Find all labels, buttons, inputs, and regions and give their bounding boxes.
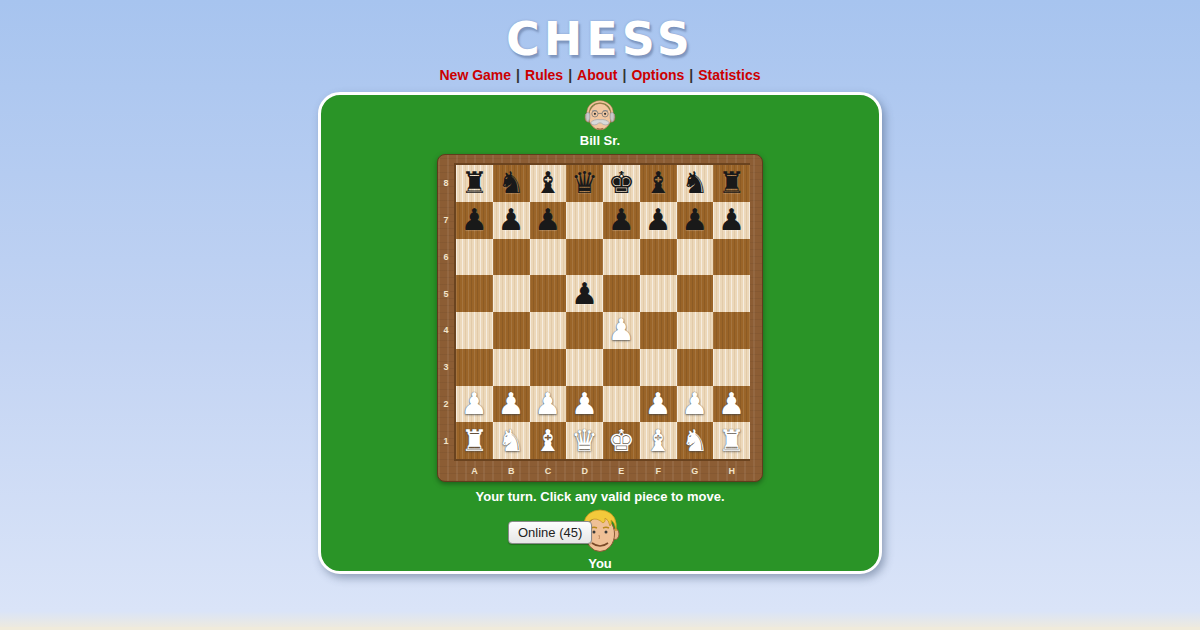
piece-white-pawn: ♟ [456,386,493,423]
file-label-d: D [566,460,603,481]
square-f3[interactable] [640,349,677,386]
piece-white-pawn: ♟ [713,386,750,423]
square-a5[interactable] [456,275,493,312]
piece-white-pawn: ♟ [493,386,530,423]
square-a7[interactable]: ♟ [456,202,493,239]
file-label-f: F [640,460,677,481]
square-c2[interactable]: ♟ [530,386,567,423]
square-a4[interactable] [456,312,493,349]
square-h7[interactable]: ♟ [713,202,750,239]
square-a6[interactable] [456,239,493,276]
square-b4[interactable] [493,312,530,349]
square-g7[interactable]: ♟ [677,202,714,239]
piece-black-pawn: ♟ [603,202,640,239]
nav-separator: | [623,67,627,83]
online-button[interactable]: Online (45) [508,521,592,544]
rank-label-8: 8 [438,165,454,202]
piece-white-bishop: ♝ [640,422,677,459]
rank-label-2: 2 [438,386,454,423]
file-label-b: B [493,460,530,481]
rank-label-4: 4 [438,312,454,349]
square-f4[interactable] [640,312,677,349]
square-g3[interactable] [677,349,714,386]
square-d8[interactable]: ♛ [566,165,603,202]
square-b2[interactable]: ♟ [493,386,530,423]
piece-white-bishop: ♝ [530,422,567,459]
square-e5[interactable] [603,275,640,312]
square-d7[interactable] [566,202,603,239]
square-d6[interactable] [566,239,603,276]
file-label-a: A [456,460,493,481]
square-a3[interactable] [456,349,493,386]
square-g4[interactable] [677,312,714,349]
square-h2[interactable]: ♟ [713,386,750,423]
square-e6[interactable] [603,239,640,276]
piece-black-pawn: ♟ [493,202,530,239]
square-b3[interactable] [493,349,530,386]
piece-white-pawn: ♟ [566,386,603,423]
square-c1[interactable]: ♝ [530,422,567,459]
file-label-e: E [603,460,640,481]
piece-white-pawn: ♟ [530,386,567,423]
square-d2[interactable]: ♟ [566,386,603,423]
square-h6[interactable] [713,239,750,276]
rank-label-7: 7 [438,202,454,239]
rank-labels: 87654321 [438,165,454,459]
piece-black-pawn: ♟ [713,202,750,239]
player-name: You [588,556,612,571]
square-g2[interactable]: ♟ [677,386,714,423]
piece-white-rook: ♜ [713,422,750,459]
square-f2[interactable]: ♟ [640,386,677,423]
piece-black-king: ♚ [603,165,640,202]
square-d5[interactable]: ♟ [566,275,603,312]
square-f8[interactable]: ♝ [640,165,677,202]
opponent-avatar [578,97,622,133]
square-c3[interactable] [530,349,567,386]
piece-white-pawn: ♟ [640,386,677,423]
square-e1[interactable]: ♚ [603,422,640,459]
square-f7[interactable]: ♟ [640,202,677,239]
square-e3[interactable] [603,349,640,386]
square-g8[interactable]: ♞ [677,165,714,202]
piece-black-bishop: ♝ [530,165,567,202]
nav-rules[interactable]: Rules [525,67,563,83]
square-c5[interactable] [530,275,567,312]
piece-black-rook: ♜ [456,165,493,202]
piece-black-bishop: ♝ [640,165,677,202]
opponent-name: Bill Sr. [580,133,620,148]
square-b8[interactable]: ♞ [493,165,530,202]
square-a2[interactable]: ♟ [456,386,493,423]
square-c6[interactable] [530,239,567,276]
chess-board: 87654321 ♜♞♝♛♚♝♞♜♟♟♟♟♟♟♟♟♟♟♟♟♟♟♟♟♜♞♝♛♚♝♞… [437,154,763,482]
square-h8[interactable]: ♜ [713,165,750,202]
square-e8[interactable]: ♚ [603,165,640,202]
square-e4[interactable]: ♟ [603,312,640,349]
nav-separator: | [568,67,572,83]
square-f6[interactable] [640,239,677,276]
file-label-g: G [677,460,714,481]
piece-black-rook: ♜ [713,165,750,202]
piece-black-knight: ♞ [493,165,530,202]
piece-white-pawn: ♟ [603,312,640,349]
square-b1[interactable]: ♞ [493,422,530,459]
rank-label-5: 5 [438,275,454,312]
nav-new-game[interactable]: New Game [440,67,512,83]
square-c4[interactable] [530,312,567,349]
square-b5[interactable] [493,275,530,312]
piece-black-pawn: ♟ [530,202,567,239]
board-squares: ♜♞♝♛♚♝♞♜♟♟♟♟♟♟♟♟♟♟♟♟♟♟♟♟♜♞♝♛♚♝♞♜ [454,163,750,461]
square-d3[interactable] [566,349,603,386]
square-c8[interactable]: ♝ [530,165,567,202]
rank-label-3: 3 [438,349,454,386]
nav-about[interactable]: About [577,67,617,83]
piece-white-rook: ♜ [456,422,493,459]
square-g5[interactable] [677,275,714,312]
game-panel: Bill Sr. 87654321 ♜♞♝♛♚♝♞♜♟♟♟♟♟♟♟♟♟♟♟♟♟♟… [318,92,882,574]
square-c7[interactable]: ♟ [530,202,567,239]
piece-black-pawn: ♟ [566,275,603,312]
piece-white-pawn: ♟ [677,386,714,423]
bottom-row: Online (45) [321,507,879,555]
square-b7[interactable]: ♟ [493,202,530,239]
file-labels: ABCDEFGH [456,460,750,481]
square-e7[interactable]: ♟ [603,202,640,239]
file-label-h: H [713,460,750,481]
nav-separator: | [516,67,520,83]
square-a8[interactable]: ♜ [456,165,493,202]
main-nav: New Game|Rules|About|Options|Statistics [0,67,1200,83]
square-h4[interactable] [713,312,750,349]
square-g6[interactable] [677,239,714,276]
piece-black-queen: ♛ [566,165,603,202]
square-h1[interactable]: ♜ [713,422,750,459]
square-d4[interactable] [566,312,603,349]
square-b6[interactable] [493,239,530,276]
piece-white-knight: ♞ [493,422,530,459]
square-e2[interactable] [603,386,640,423]
nav-statistics[interactable]: Statistics [698,67,760,83]
rank-label-6: 6 [438,239,454,276]
square-g1[interactable]: ♞ [677,422,714,459]
square-d1[interactable]: ♛ [566,422,603,459]
piece-black-pawn: ♟ [677,202,714,239]
piece-black-knight: ♞ [677,165,714,202]
square-f5[interactable] [640,275,677,312]
piece-black-pawn: ♟ [456,202,493,239]
piece-white-king: ♚ [603,422,640,459]
file-label-c: C [530,460,567,481]
page-title: CHESS [0,12,1200,66]
nav-options[interactable]: Options [631,67,684,83]
nav-separator: | [689,67,693,83]
rank-label-1: 1 [438,422,454,459]
square-a1[interactable]: ♜ [456,422,493,459]
piece-white-queen: ♛ [566,422,603,459]
piece-white-knight: ♞ [677,422,714,459]
square-h5[interactable] [713,275,750,312]
square-f1[interactable]: ♝ [640,422,677,459]
square-h3[interactable] [713,349,750,386]
piece-black-pawn: ♟ [640,202,677,239]
status-message: Your turn. Click any valid piece to move… [476,489,725,504]
